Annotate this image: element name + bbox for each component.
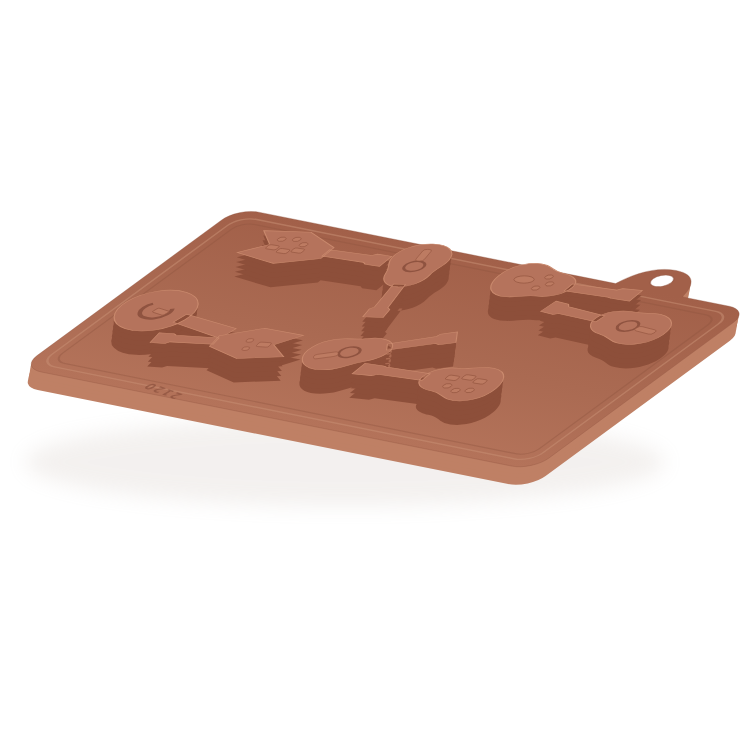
product-photo: 2120: [0, 0, 750, 750]
silicone-mold-illustration: 2120: [0, 0, 750, 750]
